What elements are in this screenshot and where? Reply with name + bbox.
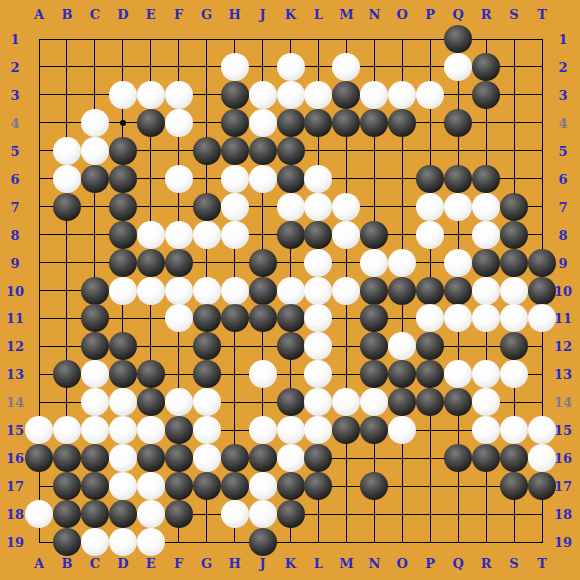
stone-black-L17[interactable] — [304, 472, 332, 500]
stone-white-E18[interactable] — [137, 500, 165, 528]
stone-black-M4[interactable] — [332, 109, 360, 137]
stone-black-Q6[interactable] — [444, 165, 472, 193]
stone-black-D9[interactable] — [109, 249, 137, 277]
stone-white-B15[interactable] — [53, 416, 81, 444]
stone-black-J10[interactable] — [249, 277, 277, 305]
stone-white-P8[interactable] — [416, 221, 444, 249]
stone-white-D10[interactable] — [109, 277, 137, 305]
row-label-left-14: 14 — [6, 395, 24, 410]
stone-black-D8[interactable] — [109, 221, 137, 249]
stone-white-G8[interactable] — [193, 221, 221, 249]
stone-black-S8[interactable] — [500, 221, 528, 249]
stone-white-O15[interactable] — [388, 416, 416, 444]
stone-white-Q9[interactable] — [444, 249, 472, 277]
stone-white-Q13[interactable] — [444, 360, 472, 388]
stone-black-P14[interactable] — [416, 388, 444, 416]
stone-white-J4[interactable] — [249, 109, 277, 137]
stone-black-C6[interactable] — [81, 165, 109, 193]
stone-black-D5[interactable] — [109, 137, 137, 165]
stone-white-G15[interactable] — [193, 416, 221, 444]
stone-white-L13[interactable] — [304, 360, 332, 388]
col-label-top-L: L — [314, 7, 323, 22]
stone-black-K6[interactable] — [277, 165, 305, 193]
stone-black-B18[interactable] — [53, 500, 81, 528]
stone-white-R15[interactable] — [472, 416, 500, 444]
col-label-bottom-L: L — [314, 556, 323, 571]
col-label-top-A: A — [34, 7, 44, 22]
stone-black-Q14[interactable] — [444, 388, 472, 416]
stone-black-O10[interactable] — [388, 277, 416, 305]
stone-black-G7[interactable] — [193, 193, 221, 221]
stone-black-N4[interactable] — [360, 109, 388, 137]
stone-black-H17[interactable] — [221, 472, 249, 500]
row-label-right-4: 4 — [558, 115, 567, 130]
stone-black-T9[interactable] — [528, 249, 556, 277]
stone-white-L3[interactable] — [304, 81, 332, 109]
stone-white-O3[interactable] — [388, 81, 416, 109]
stone-white-O9[interactable] — [388, 249, 416, 277]
stone-black-C11[interactable] — [81, 304, 109, 332]
row-label-right-16: 16 — [554, 451, 572, 466]
stone-white-H7[interactable] — [221, 193, 249, 221]
stone-white-E10[interactable] — [137, 277, 165, 305]
stone-white-J13[interactable] — [249, 360, 277, 388]
star-point-D4 — [120, 120, 126, 126]
stone-white-M7[interactable] — [332, 193, 360, 221]
row-label-right-2: 2 — [558, 59, 567, 74]
stone-black-K12[interactable] — [277, 332, 305, 360]
stone-black-K14[interactable] — [277, 388, 305, 416]
stone-white-L6[interactable] — [304, 165, 332, 193]
stone-white-F8[interactable] — [165, 221, 193, 249]
stone-white-O12[interactable] — [388, 332, 416, 360]
stone-black-B17[interactable] — [53, 472, 81, 500]
stone-black-N15[interactable] — [360, 416, 388, 444]
row-label-right-12: 12 — [554, 339, 572, 354]
stone-white-R14[interactable] — [472, 388, 500, 416]
stone-black-S16[interactable] — [500, 444, 528, 472]
stone-white-D17[interactable] — [109, 472, 137, 500]
stone-white-E3[interactable] — [137, 81, 165, 109]
stone-black-H4[interactable] — [221, 109, 249, 137]
col-label-bottom-G: G — [201, 556, 212, 571]
row-label-right-17: 17 — [554, 479, 572, 494]
stone-black-S12[interactable] — [500, 332, 528, 360]
stone-black-L8[interactable] — [304, 221, 332, 249]
stone-black-A16[interactable] — [25, 444, 53, 472]
stone-black-B7[interactable] — [53, 193, 81, 221]
stone-white-Q11[interactable] — [444, 304, 472, 332]
col-label-top-H: H — [228, 7, 240, 22]
stone-black-D7[interactable] — [109, 193, 137, 221]
col-label-top-J: J — [259, 7, 265, 22]
stone-white-F3[interactable] — [165, 81, 193, 109]
stone-white-T15[interactable] — [528, 416, 556, 444]
stone-black-K17[interactable] — [277, 472, 305, 500]
row-label-left-3: 3 — [10, 87, 19, 102]
stone-white-C14[interactable] — [81, 388, 109, 416]
stone-black-T10[interactable] — [528, 277, 556, 305]
col-label-bottom-E: E — [146, 556, 156, 571]
stone-white-K15[interactable] — [277, 416, 305, 444]
row-label-left-8: 8 — [10, 227, 19, 242]
row-label-left-9: 9 — [10, 255, 19, 270]
stone-white-J17[interactable] — [249, 472, 277, 500]
col-label-bottom-O: O — [397, 556, 408, 571]
stone-white-T16[interactable] — [528, 444, 556, 472]
stone-black-J16[interactable] — [249, 444, 277, 472]
stone-white-J3[interactable] — [249, 81, 277, 109]
stone-black-E9[interactable] — [137, 249, 165, 277]
stone-black-C17[interactable] — [81, 472, 109, 500]
stone-white-K16[interactable] — [277, 444, 305, 472]
col-label-bottom-B: B — [61, 556, 72, 571]
stone-black-O14[interactable] — [388, 388, 416, 416]
stone-black-F18[interactable] — [165, 500, 193, 528]
col-label-top-M: M — [339, 7, 353, 22]
stone-white-G16[interactable] — [193, 444, 221, 472]
stone-white-C19[interactable] — [81, 528, 109, 556]
stone-black-Q16[interactable] — [444, 444, 472, 472]
stone-black-E16[interactable] — [137, 444, 165, 472]
stone-white-R11[interactable] — [472, 304, 500, 332]
stone-black-R6[interactable] — [472, 165, 500, 193]
row-label-left-12: 12 — [6, 339, 24, 354]
row-label-right-8: 8 — [558, 227, 567, 242]
stone-white-P7[interactable] — [416, 193, 444, 221]
stone-white-K7[interactable] — [277, 193, 305, 221]
stone-white-R8[interactable] — [472, 221, 500, 249]
stone-black-F17[interactable] — [165, 472, 193, 500]
col-label-bottom-Q: Q — [452, 556, 463, 571]
stone-white-C15[interactable] — [81, 416, 109, 444]
row-label-right-7: 7 — [558, 199, 567, 214]
stone-white-S15[interactable] — [500, 416, 528, 444]
col-label-bottom-K: K — [285, 556, 296, 571]
row-label-right-13: 13 — [554, 367, 572, 382]
col-label-bottom-C: C — [90, 556, 100, 571]
row-label-left-7: 7 — [10, 199, 19, 214]
stone-black-B16[interactable] — [53, 444, 81, 472]
stone-white-H6[interactable] — [221, 165, 249, 193]
stone-black-J19[interactable] — [249, 528, 277, 556]
stone-white-N9[interactable] — [360, 249, 388, 277]
stone-black-R16[interactable] — [472, 444, 500, 472]
stone-white-L10[interactable] — [304, 277, 332, 305]
stone-white-D19[interactable] — [109, 528, 137, 556]
stone-white-F11[interactable] — [165, 304, 193, 332]
row-label-left-18: 18 — [6, 507, 24, 522]
stone-black-K8[interactable] — [277, 221, 305, 249]
stone-white-N14[interactable] — [360, 388, 388, 416]
stone-black-T17[interactable] — [528, 472, 556, 500]
col-label-bottom-A: A — [34, 556, 44, 571]
stone-black-N13[interactable] — [360, 360, 388, 388]
stone-black-K18[interactable] — [277, 500, 305, 528]
stone-black-H3[interactable] — [221, 81, 249, 109]
go-board-screenshot: AABBCCDDEEFFGGHHJJKKLLMMNNOOPPQQRRSSTT11… — [0, 0, 580, 580]
stone-white-J18[interactable] — [249, 500, 277, 528]
stone-white-L11[interactable] — [304, 304, 332, 332]
stone-black-L16[interactable] — [304, 444, 332, 472]
col-label-top-Q: Q — [452, 7, 463, 22]
stone-white-D3[interactable] — [109, 81, 137, 109]
stone-white-D16[interactable] — [109, 444, 137, 472]
stone-white-B5[interactable] — [53, 137, 81, 165]
stone-white-M14[interactable] — [332, 388, 360, 416]
stone-white-P11[interactable] — [416, 304, 444, 332]
stone-black-N11[interactable] — [360, 304, 388, 332]
col-label-top-S: S — [509, 7, 518, 22]
stone-black-N8[interactable] — [360, 221, 388, 249]
stone-black-Q10[interactable] — [444, 277, 472, 305]
stone-white-H18[interactable] — [221, 500, 249, 528]
stone-black-H11[interactable] — [221, 304, 249, 332]
stone-black-J11[interactable] — [249, 304, 277, 332]
col-label-top-N: N — [368, 7, 380, 22]
col-label-bottom-F: F — [174, 556, 183, 571]
stone-black-Q1[interactable] — [444, 25, 472, 53]
col-label-bottom-R: R — [481, 556, 492, 571]
row-label-right-3: 3 — [558, 87, 567, 102]
stone-white-Q7[interactable] — [444, 193, 472, 221]
stone-white-E19[interactable] — [137, 528, 165, 556]
col-label-top-D: D — [117, 7, 128, 22]
stone-black-D18[interactable] — [109, 500, 137, 528]
stone-black-Q4[interactable] — [444, 109, 472, 137]
row-label-left-15: 15 — [6, 423, 24, 438]
stone-black-J9[interactable] — [249, 249, 277, 277]
stone-black-B13[interactable] — [53, 360, 81, 388]
stone-white-G10[interactable] — [193, 277, 221, 305]
stone-white-C5[interactable] — [81, 137, 109, 165]
stone-white-M10[interactable] — [332, 277, 360, 305]
stone-black-R2[interactable] — [472, 53, 500, 81]
col-label-top-K: K — [285, 7, 296, 22]
stone-black-H5[interactable] — [221, 137, 249, 165]
stone-white-S13[interactable] — [500, 360, 528, 388]
stone-white-E8[interactable] — [137, 221, 165, 249]
stone-white-F10[interactable] — [165, 277, 193, 305]
stone-black-N10[interactable] — [360, 277, 388, 305]
stone-white-C13[interactable] — [81, 360, 109, 388]
row-label-left-13: 13 — [6, 367, 24, 382]
stone-white-D15[interactable] — [109, 416, 137, 444]
stone-white-P3[interactable] — [416, 81, 444, 109]
stone-white-J6[interactable] — [249, 165, 277, 193]
row-label-right-6: 6 — [558, 171, 567, 186]
stone-black-O13[interactable] — [388, 360, 416, 388]
col-label-bottom-T: T — [537, 556, 547, 571]
stone-white-F14[interactable] — [165, 388, 193, 416]
row-label-right-18: 18 — [554, 507, 572, 522]
col-label-bottom-J: J — [259, 556, 265, 571]
stone-black-S7[interactable] — [500, 193, 528, 221]
stone-white-L14[interactable] — [304, 388, 332, 416]
row-label-left-6: 6 — [10, 171, 19, 186]
stone-white-M8[interactable] — [332, 221, 360, 249]
stone-black-S9[interactable] — [500, 249, 528, 277]
stone-white-N3[interactable] — [360, 81, 388, 109]
col-label-top-F: F — [174, 7, 183, 22]
stone-black-E14[interactable] — [137, 388, 165, 416]
row-label-left-5: 5 — [10, 143, 19, 158]
stone-white-L7[interactable] — [304, 193, 332, 221]
stone-black-P12[interactable] — [416, 332, 444, 360]
stone-white-R13[interactable] — [472, 360, 500, 388]
stone-black-G17[interactable] — [193, 472, 221, 500]
col-label-bottom-M: M — [339, 556, 353, 571]
stone-white-G14[interactable] — [193, 388, 221, 416]
col-label-top-E: E — [146, 7, 156, 22]
stone-black-R3[interactable] — [472, 81, 500, 109]
row-label-left-4: 4 — [10, 115, 19, 130]
stone-white-K10[interactable] — [277, 277, 305, 305]
col-label-top-C: C — [90, 7, 100, 22]
stone-white-S10[interactable] — [500, 277, 528, 305]
stone-black-G13[interactable] — [193, 360, 221, 388]
stone-white-R7[interactable] — [472, 193, 500, 221]
col-label-top-B: B — [61, 7, 72, 22]
col-label-bottom-N: N — [368, 556, 380, 571]
stone-black-J5[interactable] — [249, 137, 277, 165]
stone-black-F9[interactable] — [165, 249, 193, 277]
stone-white-E17[interactable] — [137, 472, 165, 500]
stone-black-K4[interactable] — [277, 109, 305, 137]
row-label-right-10: 10 — [554, 283, 572, 298]
stone-black-P10[interactable] — [416, 277, 444, 305]
stone-black-H16[interactable] — [221, 444, 249, 472]
stone-white-R10[interactable] — [472, 277, 500, 305]
row-label-left-16: 16 — [6, 451, 24, 466]
stone-white-H2[interactable] — [221, 53, 249, 81]
stone-black-M15[interactable] — [332, 416, 360, 444]
stone-white-C4[interactable] — [81, 109, 109, 137]
stone-black-G5[interactable] — [193, 137, 221, 165]
stone-black-C16[interactable] — [81, 444, 109, 472]
stone-black-K11[interactable] — [277, 304, 305, 332]
stone-black-K5[interactable] — [277, 137, 305, 165]
stone-black-R9[interactable] — [472, 249, 500, 277]
col-label-top-O: O — [397, 7, 408, 22]
stone-white-E15[interactable] — [137, 416, 165, 444]
stone-black-P6[interactable] — [416, 165, 444, 193]
stone-white-J15[interactable] — [249, 416, 277, 444]
stone-white-T11[interactable] — [528, 304, 556, 332]
col-label-bottom-H: H — [228, 556, 240, 571]
stone-black-N12[interactable] — [360, 332, 388, 360]
col-label-top-R: R — [481, 7, 492, 22]
row-label-left-17: 17 — [6, 479, 24, 494]
stone-black-D6[interactable] — [109, 165, 137, 193]
stone-black-E13[interactable] — [137, 360, 165, 388]
stone-white-F4[interactable] — [165, 109, 193, 137]
row-label-right-1: 1 — [558, 32, 567, 47]
row-label-left-1: 1 — [10, 32, 19, 47]
stone-black-C18[interactable] — [81, 500, 109, 528]
row-label-right-15: 15 — [554, 423, 572, 438]
stone-black-M3[interactable] — [332, 81, 360, 109]
row-label-right-14: 14 — [554, 395, 572, 410]
stone-white-L9[interactable] — [304, 249, 332, 277]
stone-black-S17[interactable] — [500, 472, 528, 500]
stone-white-A18[interactable] — [25, 500, 53, 528]
goban[interactable]: AABBCCDDEEFFGGHHJJKKLLMMNNOOPPQQRRSSTT11… — [0, 0, 580, 580]
stone-white-L15[interactable] — [304, 416, 332, 444]
row-label-right-11: 11 — [554, 311, 572, 326]
stone-white-A15[interactable] — [25, 416, 53, 444]
col-label-top-P: P — [425, 7, 435, 22]
row-label-left-2: 2 — [10, 59, 19, 74]
row-label-right-9: 9 — [558, 255, 567, 270]
stone-white-K2[interactable] — [277, 53, 305, 81]
col-label-bottom-P: P — [425, 556, 435, 571]
stone-white-K3[interactable] — [277, 81, 305, 109]
col-label-top-G: G — [201, 7, 212, 22]
row-label-right-5: 5 — [558, 143, 567, 158]
stone-white-F6[interactable] — [165, 165, 193, 193]
stone-black-C10[interactable] — [81, 277, 109, 305]
col-label-bottom-S: S — [509, 556, 518, 571]
col-label-bottom-D: D — [117, 556, 128, 571]
stone-white-Q2[interactable] — [444, 53, 472, 81]
stone-black-O4[interactable] — [388, 109, 416, 137]
stone-black-D13[interactable] — [109, 360, 137, 388]
stone-black-L4[interactable] — [304, 109, 332, 137]
stone-white-L12[interactable] — [304, 332, 332, 360]
stone-black-G12[interactable] — [193, 332, 221, 360]
stone-black-F15[interactable] — [165, 416, 193, 444]
row-label-left-19: 19 — [6, 535, 24, 550]
stone-white-D14[interactable] — [109, 388, 137, 416]
stone-white-H8[interactable] — [221, 221, 249, 249]
stone-black-C12[interactable] — [81, 332, 109, 360]
row-label-right-19: 19 — [554, 535, 572, 550]
stone-white-S11[interactable] — [500, 304, 528, 332]
stone-black-D12[interactable] — [109, 332, 137, 360]
stone-black-G11[interactable] — [193, 304, 221, 332]
col-label-top-T: T — [537, 7, 547, 22]
stone-black-N17[interactable] — [360, 472, 388, 500]
stone-white-B6[interactable] — [53, 165, 81, 193]
stone-black-F16[interactable] — [165, 444, 193, 472]
row-label-left-11: 11 — [6, 311, 24, 326]
stone-black-P13[interactable] — [416, 360, 444, 388]
row-label-left-10: 10 — [6, 283, 24, 298]
stone-white-H10[interactable] — [221, 277, 249, 305]
stone-black-B19[interactable] — [53, 528, 81, 556]
stone-black-E4[interactable] — [137, 109, 165, 137]
stone-white-M2[interactable] — [332, 53, 360, 81]
